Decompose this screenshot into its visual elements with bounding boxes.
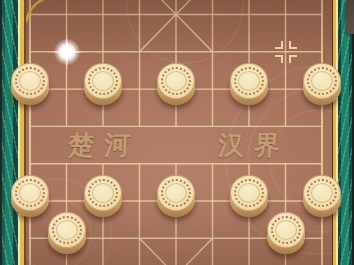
piece-top-face: [303, 63, 341, 99]
piece-ring-decor: [52, 216, 82, 244]
piece-ring-decor: [161, 67, 191, 95]
xiangqi-piece-facedown[interactable]: [267, 212, 305, 254]
piece-top-face: [157, 63, 195, 99]
river-label-chu-he: 楚河: [67, 129, 140, 161]
piece-ring-decor: [234, 67, 264, 95]
piece-top-face: [48, 212, 86, 248]
river-label-han-jie: 汉界: [217, 129, 290, 161]
board-frame-left: [0, 0, 26, 265]
xiangqi-piece-facedown[interactable]: [157, 175, 195, 217]
corner-overlay: [346, 0, 354, 34]
xiangqi-board[interactable]: 楚河 汉界: [0, 0, 354, 265]
piece-top-face: [11, 175, 49, 211]
board-frame-right: [332, 0, 354, 265]
piece-ring-decor: [307, 179, 337, 207]
piece-top-face: [157, 175, 195, 211]
xiangqi-piece-facedown[interactable]: [84, 175, 122, 217]
piece-top-face: [84, 63, 122, 99]
xiangqi-piece-facedown[interactable]: [303, 175, 341, 217]
piece-ring-decor: [15, 67, 45, 95]
xiangqi-piece-facedown[interactable]: [84, 63, 122, 105]
piece-top-face: [303, 175, 341, 211]
xiangqi-piece-facedown[interactable]: [157, 63, 195, 105]
xiangqi-piece-facedown[interactable]: [11, 175, 49, 217]
piece-ring-decor: [88, 179, 118, 207]
xiangqi-piece-facedown[interactable]: [230, 63, 268, 105]
piece-top-face: [84, 175, 122, 211]
piece-top-face: [267, 212, 305, 248]
xiangqi-piece-facedown[interactable]: [48, 212, 86, 254]
xiangqi-piece-facedown[interactable]: [303, 63, 341, 105]
piece-ring-decor: [234, 179, 264, 207]
piece-ring-decor: [271, 216, 301, 244]
piece-ring-decor: [307, 67, 337, 95]
xiangqi-piece-facedown[interactable]: [230, 175, 268, 217]
piece-top-face: [230, 63, 268, 99]
piece-top-face: [230, 175, 268, 211]
sparkle-highlight-icon: [53, 38, 81, 66]
point-marker-icon: [274, 40, 298, 64]
piece-ring-decor: [88, 67, 118, 95]
piece-top-face: [11, 63, 49, 99]
xiangqi-piece-facedown[interactable]: [11, 63, 49, 105]
piece-ring-decor: [15, 179, 45, 207]
piece-ring-decor: [161, 179, 191, 207]
